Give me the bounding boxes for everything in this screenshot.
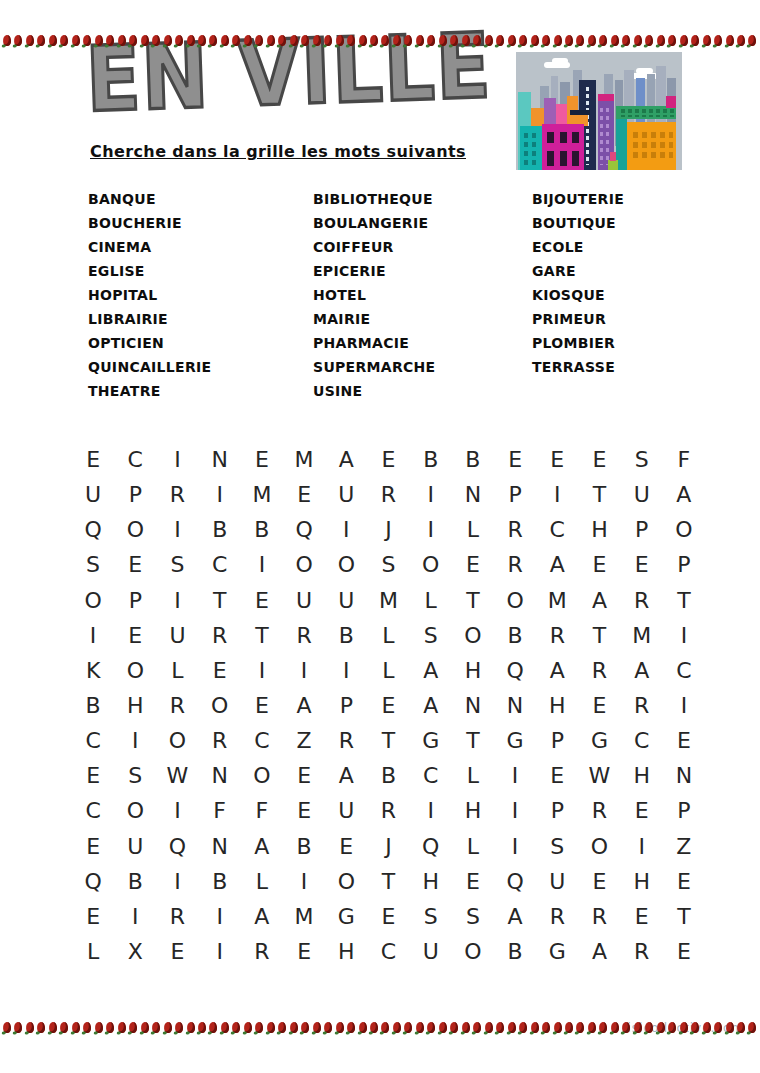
grid-cell-r14c12: R: [536, 899, 578, 934]
word-item: BIBLIOTHEQUE: [313, 191, 532, 215]
grid-cell-r12c13: O: [578, 828, 620, 863]
grid-cell-r2c6: E: [283, 477, 325, 512]
rose-motif-icon: [25, 34, 34, 46]
grid-cell-r7c12: A: [536, 653, 578, 688]
grid-cell-r1c6: M: [283, 442, 325, 477]
grid-cell-r6c3: U: [156, 618, 198, 653]
grid-cell-r15c13: A: [578, 934, 620, 969]
rose-motif-icon: [243, 1021, 252, 1033]
rose-motif-icon: [633, 1021, 642, 1033]
rose-motif-icon: [14, 34, 23, 46]
city-illustration: [516, 52, 682, 170]
rose-motif-icon: [60, 34, 69, 46]
rose-motif-icon: [495, 1021, 504, 1033]
grid-cell-r12c14: I: [621, 828, 663, 863]
grid-cell-r12c11: I: [494, 828, 536, 863]
page-title: EN VILLE: [84, 14, 493, 132]
rose-motif-icon: [174, 1021, 183, 1033]
rose-motif-icon: [518, 34, 527, 46]
rose-motif-icon: [541, 34, 550, 46]
grid-cell-r11c4: F: [199, 793, 241, 828]
grid-cell-r5c11: O: [494, 583, 536, 618]
grid-cell-r10c4: N: [199, 758, 241, 793]
rose-motif-icon: [725, 34, 734, 46]
rose-motif-icon: [667, 1021, 676, 1033]
grid-cell-r9c13: G: [578, 723, 620, 758]
rose-motif-icon: [736, 1021, 745, 1033]
word-item: QUINCAILLERIE: [88, 359, 313, 383]
word-item: PHARMACIE: [313, 335, 532, 359]
grid-cell-r15c11: B: [494, 934, 536, 969]
grid-cell-r7c1: K: [72, 653, 114, 688]
rose-motif-icon: [450, 1021, 459, 1033]
grid-cell-r2c11: P: [494, 477, 536, 512]
grid-cell-r11c3: I: [156, 793, 198, 828]
grid-cell-r12c8: J: [367, 828, 409, 863]
grid-cell-r1c8: E: [367, 442, 409, 477]
grid-cell-r9c6: Z: [283, 723, 325, 758]
grid-cell-r8c14: R: [621, 688, 663, 723]
rose-motif-icon: [656, 1021, 665, 1033]
rose-motif-icon: [381, 34, 390, 46]
grid-cell-r13c14: H: [621, 864, 663, 899]
grid-cell-r6c8: L: [367, 618, 409, 653]
rose-motif-icon: [312, 34, 321, 46]
rose-motif-icon: [266, 34, 275, 46]
rose-motif-icon: [186, 1021, 195, 1033]
grid-cell-r15c14: R: [621, 934, 663, 969]
rose-motif-icon: [404, 1021, 413, 1033]
rose-motif-icon: [197, 1021, 206, 1033]
rose-motif-icon: [140, 1021, 149, 1033]
grid-cell-r5c9: L: [410, 583, 452, 618]
rose-motif-icon: [2, 34, 11, 46]
grid-cell-r1c1: E: [72, 442, 114, 477]
rose-motif-icon: [518, 1021, 527, 1033]
rose-motif-icon: [323, 34, 332, 46]
grid-cell-r2c3: R: [156, 477, 198, 512]
grid-cell-r4c8: S: [367, 547, 409, 582]
rose-motif-icon: [163, 34, 172, 46]
word-search-grid: ECINEMAEBBEEESFUPRIMEURINPITUAQOIBBQIJIL…: [72, 442, 705, 969]
rose-motif-icon: [610, 1021, 619, 1033]
rose-motif-icon: [622, 34, 631, 46]
grid-cell-r10c9: C: [410, 758, 452, 793]
word-column-2: BIBLIOTHEQUEBOULANGERIECOIFFEUREPICERIEH…: [313, 191, 532, 407]
grid-cell-r13c15: E: [663, 864, 705, 899]
grid-cell-r10c10: L: [452, 758, 494, 793]
rose-motif-icon: [599, 1021, 608, 1033]
grid-cell-r2c13: T: [578, 477, 620, 512]
rose-motif-icon: [255, 1021, 264, 1033]
rose-motif-icon: [541, 1021, 550, 1033]
rose-motif-icon: [37, 1021, 46, 1033]
grid-cell-r7c5: I: [241, 653, 283, 688]
grid-cell-r3c13: H: [578, 512, 620, 547]
rose-motif-icon: [404, 34, 413, 46]
grid-cell-r7c7: I: [325, 653, 367, 688]
grid-cell-r5c7: U: [325, 583, 367, 618]
word-list: BANQUEBOUCHERIECINEMAEGLISEHOPITALLIBRAI…: [88, 191, 722, 407]
rose-motif-icon: [232, 1021, 241, 1033]
rose-motif-icon: [117, 1021, 126, 1033]
grid-cell-r15c6: E: [283, 934, 325, 969]
rose-motif-icon: [105, 1021, 114, 1033]
grid-cell-r2c12: I: [536, 477, 578, 512]
rose-motif-icon: [346, 34, 355, 46]
grid-cell-r6c9: S: [410, 618, 452, 653]
grid-cell-r6c7: B: [325, 618, 367, 653]
rose-motif-icon: [358, 1021, 367, 1033]
grid-cell-r2c7: U: [325, 477, 367, 512]
rose-motif-icon: [702, 34, 711, 46]
rose-motif-icon: [438, 1021, 447, 1033]
grid-cell-r14c9: S: [410, 899, 452, 934]
grid-cell-r8c13: E: [578, 688, 620, 723]
word-item: MAIRIE: [313, 311, 532, 335]
rose-motif-icon: [71, 1021, 80, 1033]
grid-cell-r9c3: O: [156, 723, 198, 758]
grid-cell-r6c12: R: [536, 618, 578, 653]
grid-cell-r13c3: I: [156, 864, 198, 899]
grid-cell-r10c7: A: [325, 758, 367, 793]
grid-cell-r9c12: P: [536, 723, 578, 758]
grid-cell-r3c12: C: [536, 512, 578, 547]
rose-motif-icon: [220, 1021, 229, 1033]
grid-cell-r9c7: R: [325, 723, 367, 758]
grid-cell-r8c2: H: [114, 688, 156, 723]
grid-cell-r13c10: E: [452, 864, 494, 899]
grid-cell-r9c15: E: [663, 723, 705, 758]
grid-cell-r5c4: T: [199, 583, 241, 618]
grid-cell-r3c6: Q: [283, 512, 325, 547]
rose-motif-icon: [220, 34, 229, 46]
grid-cell-r14c8: E: [367, 899, 409, 934]
rose-motif-icon: [530, 34, 539, 46]
grid-cell-r3c14: P: [621, 512, 663, 547]
grid-cell-r1c3: I: [156, 442, 198, 477]
rose-motif-icon: [415, 34, 424, 46]
grid-cell-r4c2: E: [114, 547, 156, 582]
worksheet-page: EN VILLE: [0, 0, 760, 1073]
rose-motif-icon: [60, 1021, 69, 1033]
grid-cell-r13c5: L: [241, 864, 283, 899]
grid-cell-r3c3: I: [156, 512, 198, 547]
rose-motif-icon: [450, 34, 459, 46]
decorative-border-bottom: [0, 1020, 760, 1034]
rose-motif-icon: [94, 1021, 103, 1033]
rose-motif-icon: [278, 34, 287, 46]
grid-cell-r4c13: E: [578, 547, 620, 582]
grid-cell-r1c5: E: [241, 442, 283, 477]
rose-motif-icon: [37, 34, 46, 46]
grid-cell-r14c5: A: [241, 899, 283, 934]
rose-motif-icon: [461, 1021, 470, 1033]
grid-cell-r13c2: B: [114, 864, 156, 899]
grid-cell-r12c9: Q: [410, 828, 452, 863]
grid-cell-r12c12: S: [536, 828, 578, 863]
grid-cell-r8c11: N: [494, 688, 536, 723]
grid-cell-r9c2: I: [114, 723, 156, 758]
grid-cell-r6c11: B: [494, 618, 536, 653]
grid-cell-r5c15: T: [663, 583, 705, 618]
rose-motif-icon: [346, 1021, 355, 1033]
word-item: EGLISE: [88, 263, 313, 287]
rose-motif-icon: [484, 34, 493, 46]
rose-motif-icon: [278, 1021, 287, 1033]
grid-cell-r5c8: M: [367, 583, 409, 618]
rose-motif-icon: [507, 34, 516, 46]
word-item: GARE: [532, 263, 722, 287]
grid-cell-r7c14: A: [621, 653, 663, 688]
rose-motif-icon: [163, 1021, 172, 1033]
city-svg: [516, 52, 682, 170]
grid-cell-r11c7: U: [325, 793, 367, 828]
grid-cell-r4c1: S: [72, 547, 114, 582]
grid-cell-r13c8: T: [367, 864, 409, 899]
grid-cell-r7c9: A: [410, 653, 452, 688]
grid-cell-r9c14: C: [621, 723, 663, 758]
word-item: LIBRAIRIE: [88, 311, 313, 335]
grid-cell-r11c9: I: [410, 793, 452, 828]
grid-cell-r9c11: G: [494, 723, 536, 758]
grid-cell-r14c4: I: [199, 899, 241, 934]
rose-motif-icon: [633, 34, 642, 46]
grid-cell-r4c10: E: [452, 547, 494, 582]
grid-cell-r11c2: O: [114, 793, 156, 828]
grid-cell-r15c3: E: [156, 934, 198, 969]
grid-cell-r3c11: R: [494, 512, 536, 547]
grid-cell-r5c14: R: [621, 583, 663, 618]
rose-motif-icon: [415, 1021, 424, 1033]
rose-motif-icon: [48, 1021, 57, 1033]
grid-cell-r1c14: S: [621, 442, 663, 477]
grid-cell-r5c12: M: [536, 583, 578, 618]
grid-cell-r7c15: C: [663, 653, 705, 688]
grid-cell-r13c12: U: [536, 864, 578, 899]
grid-cell-r13c4: B: [199, 864, 241, 899]
grid-cell-r3c4: B: [199, 512, 241, 547]
rose-motif-icon: [495, 34, 504, 46]
rose-motif-icon: [553, 34, 562, 46]
rose-motif-icon: [622, 1021, 631, 1033]
grid-cell-r9c4: R: [199, 723, 241, 758]
rose-motif-icon: [645, 1021, 654, 1033]
word-item: BOUCHERIE: [88, 215, 313, 239]
rose-motif-icon: [690, 1021, 699, 1033]
word-item: KIOSQUE: [532, 287, 722, 311]
grid-cell-r3c2: O: [114, 512, 156, 547]
grid-cell-r4c5: I: [241, 547, 283, 582]
grid-cell-r12c1: E: [72, 828, 114, 863]
rose-motif-icon: [381, 1021, 390, 1033]
grid-cell-r11c10: H: [452, 793, 494, 828]
rose-motif-icon: [461, 34, 470, 46]
rose-motif-icon: [71, 34, 80, 46]
grid-cell-r10c6: E: [283, 758, 325, 793]
grid-cell-r6c2: E: [114, 618, 156, 653]
grid-cell-r1c15: F: [663, 442, 705, 477]
grid-cell-r7c10: H: [452, 653, 494, 688]
grid-cell-r10c3: W: [156, 758, 198, 793]
grid-cell-r11c8: R: [367, 793, 409, 828]
grid-cell-r11c11: I: [494, 793, 536, 828]
grid-cell-r10c1: E: [72, 758, 114, 793]
grid-cell-r2c10: N: [452, 477, 494, 512]
grid-cell-r13c11: Q: [494, 864, 536, 899]
grid-cell-r1c10: B: [452, 442, 494, 477]
grid-cell-r6c13: T: [578, 618, 620, 653]
grid-cell-r3c7: I: [325, 512, 367, 547]
rose-motif-icon: [587, 34, 596, 46]
grid-cell-r14c14: E: [621, 899, 663, 934]
grid-cell-r1c12: E: [536, 442, 578, 477]
grid-cell-r6c14: M: [621, 618, 663, 653]
grid-cell-r5c5: E: [241, 583, 283, 618]
grid-cell-r1c9: B: [410, 442, 452, 477]
grid-cell-r4c7: O: [325, 547, 367, 582]
grid-cell-r10c2: S: [114, 758, 156, 793]
grid-cell-r4c15: P: [663, 547, 705, 582]
grid-cell-r8c8: E: [367, 688, 409, 723]
grid-cell-r3c9: I: [410, 512, 452, 547]
grid-cell-r9c9: G: [410, 723, 452, 758]
grid-cell-r6c10: O: [452, 618, 494, 653]
grid-cell-r8c6: A: [283, 688, 325, 723]
grid-cell-r5c1: O: [72, 583, 114, 618]
word-item: TERRASSE: [532, 359, 722, 383]
word-item: PRIMEUR: [532, 311, 722, 335]
grid-cell-r10c12: E: [536, 758, 578, 793]
grid-cell-r3c10: L: [452, 512, 494, 547]
grid-cell-r9c10: T: [452, 723, 494, 758]
grid-cell-r8c7: P: [325, 688, 367, 723]
grid-cell-r15c9: U: [410, 934, 452, 969]
grid-cell-r4c12: A: [536, 547, 578, 582]
rose-motif-icon: [392, 1021, 401, 1033]
grid-cell-r3c1: Q: [72, 512, 114, 547]
rose-motif-icon: [300, 1021, 309, 1033]
word-column-3: BIJOUTERIEBOUTIQUEECOLEGAREKIOSQUEPRIMEU…: [532, 191, 722, 407]
grid-cell-r1c13: E: [578, 442, 620, 477]
rose-motif-icon: [427, 1021, 436, 1033]
rose-motif-icon: [128, 34, 137, 46]
word-item: USINE: [313, 383, 532, 407]
grid-cell-r10c13: W: [578, 758, 620, 793]
grid-cell-r15c4: I: [199, 934, 241, 969]
rose-motif-icon: [679, 1021, 688, 1033]
grid-cell-r13c6: I: [283, 864, 325, 899]
grid-cell-r10c14: H: [621, 758, 663, 793]
grid-cell-r15c5: R: [241, 934, 283, 969]
grid-cell-r7c2: O: [114, 653, 156, 688]
grid-cell-r15c7: H: [325, 934, 367, 969]
grid-cell-r12c5: A: [241, 828, 283, 863]
grid-cell-r11c12: P: [536, 793, 578, 828]
grid-cell-r2c8: R: [367, 477, 409, 512]
grid-cell-r13c1: Q: [72, 864, 114, 899]
rose-motif-icon: [369, 1021, 378, 1033]
grid-cell-r12c6: B: [283, 828, 325, 863]
word-item: EPICERIE: [313, 263, 532, 287]
rose-motif-icon: [255, 34, 264, 46]
rose-motif-icon: [472, 1021, 481, 1033]
grid-cell-r14c7: G: [325, 899, 367, 934]
rose-motif-icon: [140, 34, 149, 46]
grid-cell-r7c11: Q: [494, 653, 536, 688]
rose-motif-icon: [702, 1021, 711, 1033]
grid-cell-r9c1: C: [72, 723, 114, 758]
grid-cell-r10c11: I: [494, 758, 536, 793]
grid-cell-r5c3: I: [156, 583, 198, 618]
grid-cell-r14c3: R: [156, 899, 198, 934]
grid-cell-r9c5: C: [241, 723, 283, 758]
rose-motif-icon: [209, 34, 218, 46]
rose-motif-icon: [266, 1021, 275, 1033]
grid-cell-r4c4: C: [199, 547, 241, 582]
grid-cell-r14c15: T: [663, 899, 705, 934]
grid-cell-r8c5: E: [241, 688, 283, 723]
grid-cell-r12c7: E: [325, 828, 367, 863]
rose-motif-icon: [484, 1021, 493, 1033]
grid-cell-r8c15: I: [663, 688, 705, 723]
grid-cell-r15c2: X: [114, 934, 156, 969]
grid-cell-r15c15: E: [663, 934, 705, 969]
grid-cell-r4c6: O: [283, 547, 325, 582]
word-item: COIFFEUR: [313, 239, 532, 263]
grid-cell-r10c5: O: [241, 758, 283, 793]
rose-motif-icon: [14, 1021, 23, 1033]
rose-motif-icon: [94, 34, 103, 46]
grid-cell-r2c2: P: [114, 477, 156, 512]
grid-cell-r14c13: R: [578, 899, 620, 934]
rose-motif-icon: [232, 34, 241, 46]
rose-motif-icon: [128, 1021, 137, 1033]
grid-cell-r11c6: E: [283, 793, 325, 828]
rose-motif-icon: [300, 34, 309, 46]
rose-motif-icon: [507, 1021, 516, 1033]
grid-cell-r11c13: R: [578, 793, 620, 828]
grid-cell-r7c3: L: [156, 653, 198, 688]
rose-motif-icon: [105, 34, 114, 46]
grid-cell-r2c5: M: [241, 477, 283, 512]
rose-motif-icon: [197, 34, 206, 46]
rose-motif-icon: [369, 34, 378, 46]
rose-motif-icon: [174, 34, 183, 46]
word-item: CINEMA: [88, 239, 313, 263]
grid-cell-r10c8: B: [367, 758, 409, 793]
rose-motif-icon: [323, 1021, 332, 1033]
grid-cell-r5c10: T: [452, 583, 494, 618]
grid-cell-r12c3: Q: [156, 828, 198, 863]
rose-motif-icon: [83, 1021, 92, 1033]
word-item: HOTEL: [313, 287, 532, 311]
grid-cell-r4c3: S: [156, 547, 198, 582]
word-item: THEATRE: [88, 383, 313, 407]
grid-cell-r5c2: P: [114, 583, 156, 618]
rose-motif-icon: [748, 1021, 757, 1033]
grid-cell-r1c2: C: [114, 442, 156, 477]
rose-motif-icon: [209, 1021, 218, 1033]
grid-cell-r6c1: I: [72, 618, 114, 653]
grid-cell-r15c1: L: [72, 934, 114, 969]
grid-cell-r8c12: H: [536, 688, 578, 723]
grid-cell-r7c13: R: [578, 653, 620, 688]
grid-cell-r15c12: G: [536, 934, 578, 969]
grid-cell-r15c10: O: [452, 934, 494, 969]
rose-motif-icon: [587, 1021, 596, 1033]
rose-motif-icon: [289, 1021, 298, 1033]
